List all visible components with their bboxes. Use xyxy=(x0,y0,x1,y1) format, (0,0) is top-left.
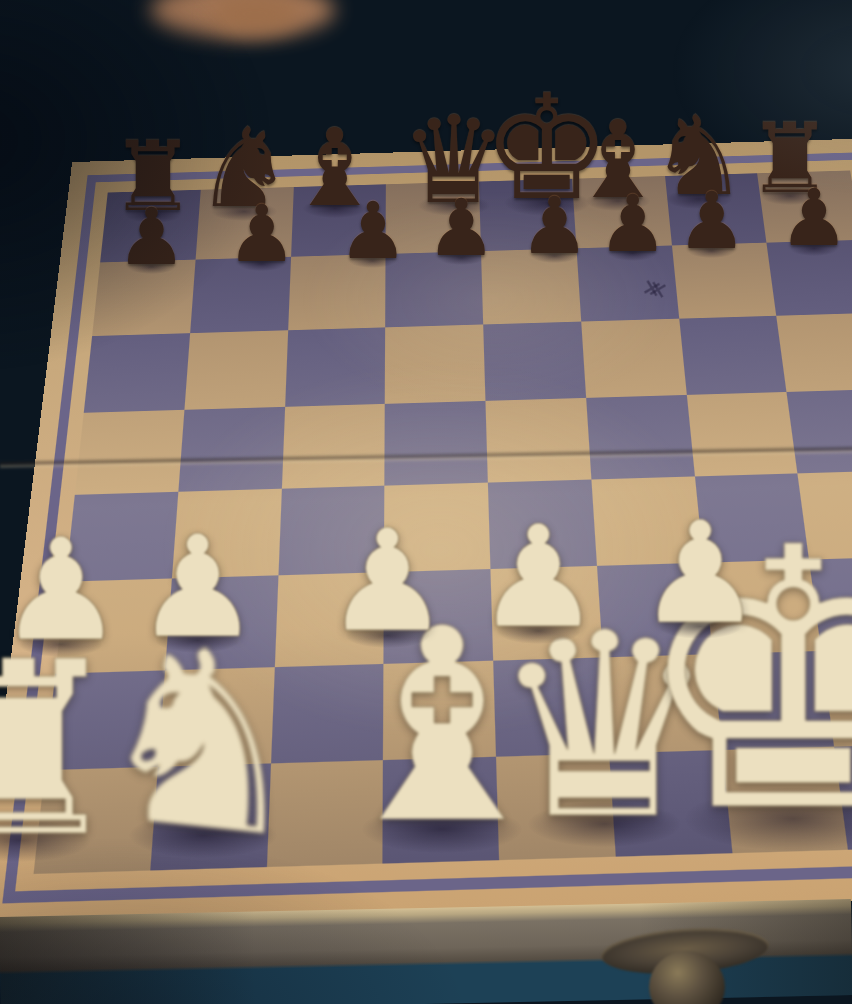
black-pawn-h7[interactable]: ♟ xyxy=(779,179,849,257)
black-pawn-b7[interactable]: ♟ xyxy=(226,195,296,273)
photo-stage: ✕✕ ♜♞♝♛♚♝♞♜♟♟♟♟♟♟♟♟♜♞♝♛♚♟♟♟♟♟ xyxy=(0,0,852,1004)
white-pawn-d3[interactable]: ♟ xyxy=(324,511,450,652)
white-pawn-g3[interactable]: ♟ xyxy=(637,502,763,643)
black-pawn-g7[interactable]: ♟ xyxy=(677,182,747,260)
white-pawn-a3[interactable]: ♟ xyxy=(0,520,124,661)
black-pawn-a7[interactable]: ♟ xyxy=(116,198,186,276)
brass-clasp xyxy=(601,925,769,1004)
pieces-layer: ♜♞♝♛♚♝♞♜♟♟♟♟♟♟♟♟♜♞♝♛♚♟♟♟♟♟ xyxy=(0,0,852,1004)
black-pawn-f7[interactable]: ♟ xyxy=(597,185,667,263)
white-pawn-e3[interactable]: ♟ xyxy=(475,507,601,648)
white-pawn-b3[interactable]: ♟ xyxy=(135,517,261,658)
black-pawn-d7[interactable]: ♟ xyxy=(426,189,496,267)
black-pawn-c7[interactable]: ♟ xyxy=(338,192,408,270)
black-pawn-e7[interactable]: ♟ xyxy=(519,187,589,265)
